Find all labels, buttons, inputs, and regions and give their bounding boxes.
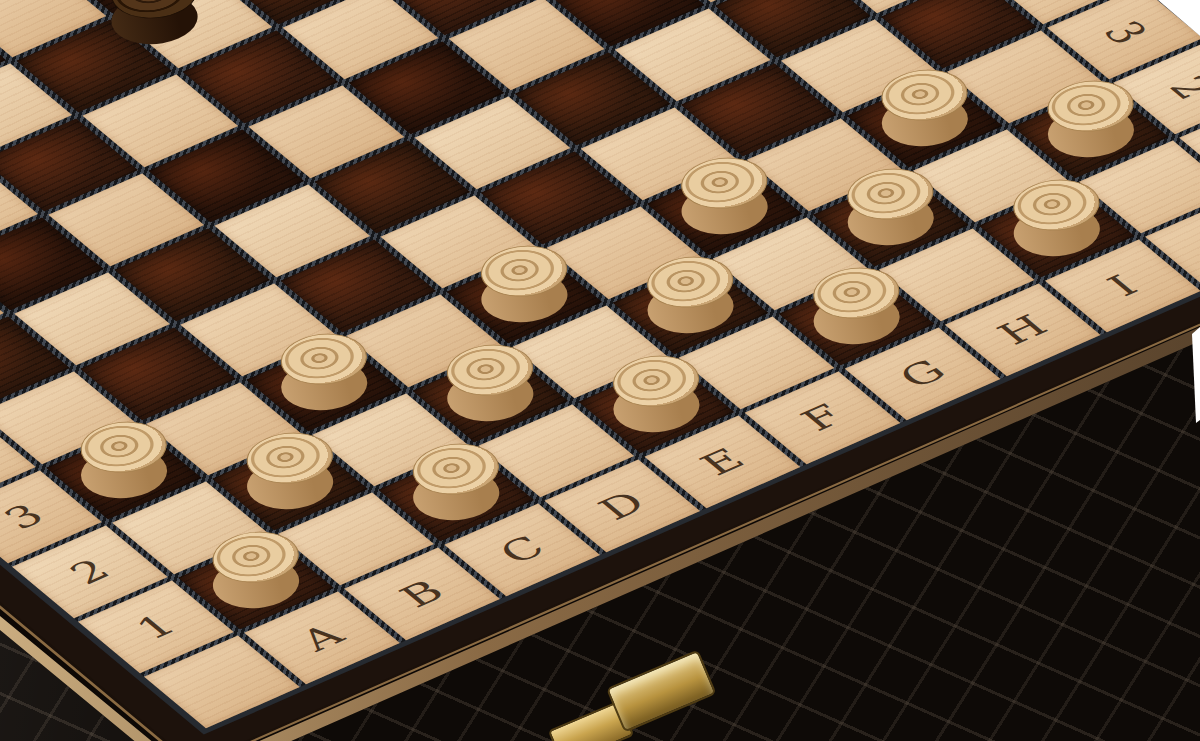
checkers-board-photo: 1010998877665544332211ABCDEFGHIJ [0,0,1200,741]
